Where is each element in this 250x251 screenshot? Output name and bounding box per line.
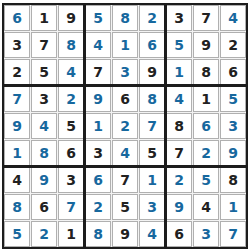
sudoku-cell-r3c1-given[interactable]: 2 [4,59,30,85]
sudoku-cell-r6c2-solved[interactable]: 8 [31,140,57,166]
sudoku-cell-r1c1-solved[interactable]: 6 [4,5,30,31]
sudoku-cell-r8c9-solved[interactable]: 1 [220,194,246,220]
sudoku-cell-r4c8-given[interactable]: 1 [193,86,219,112]
sudoku-cell-r4c2-given[interactable]: 3 [31,86,57,112]
sudoku-cell-r1c5-solved[interactable]: 8 [112,5,138,31]
sudoku-cell-r6c6-given[interactable]: 5 [139,140,165,166]
sudoku-cell-r3c3-solved[interactable]: 4 [58,59,84,85]
sudoku-cell-r4c5-given[interactable]: 6 [112,86,138,112]
sudoku-cell-r6c8-solved[interactable]: 2 [193,140,219,166]
sudoku-cell-r6c3-given[interactable]: 6 [58,140,84,166]
sudoku-cell-r3c6-given[interactable]: 9 [139,59,165,85]
sudoku-cell-r9c7-given[interactable]: 6 [166,221,192,247]
sudoku-cell-r5c5-solved[interactable]: 2 [112,113,138,139]
sudoku-grid: 6195823743784165922547391867329684159451… [4,5,246,247]
sudoku-cell-r1c4-solved[interactable]: 5 [85,5,111,31]
sudoku-cell-r1c9-solved[interactable]: 4 [220,5,246,31]
sudoku-cell-r4c4-solved[interactable]: 9 [85,86,111,112]
sudoku-cell-r4c3-solved[interactable]: 2 [58,86,84,112]
sudoku-cell-r6c5-solved[interactable]: 4 [112,140,138,166]
sudoku-cell-r7c5-given[interactable]: 7 [112,167,138,193]
sudoku-cell-r3c7-solved[interactable]: 1 [166,59,192,85]
sudoku-cell-r9c3-given[interactable]: 1 [58,221,84,247]
sudoku-cell-r3c9-given[interactable]: 6 [220,59,246,85]
sudoku-cell-r9c8-solved[interactable]: 3 [193,221,219,247]
sudoku-app: 6195823743784165922547391867329684159451… [0,0,250,251]
sudoku-cell-r1c3-given[interactable]: 9 [58,5,84,31]
sudoku-cell-r2c8-given[interactable]: 9 [193,32,219,58]
sudoku-cell-r4c1-solved[interactable]: 7 [4,86,30,112]
sudoku-cell-r7c9-given[interactable]: 8 [220,167,246,193]
sudoku-cell-r2c5-solved[interactable]: 1 [112,32,138,58]
sudoku-cell-r2c3-solved[interactable]: 8 [58,32,84,58]
sudoku-cell-r7c7-solved[interactable]: 2 [166,167,192,193]
sudoku-cell-r3c8-given[interactable]: 8 [193,59,219,85]
sudoku-cell-r1c8-given[interactable]: 7 [193,5,219,31]
sudoku-cell-r7c3-given[interactable]: 3 [58,167,84,193]
sudoku-cell-r1c7-given[interactable]: 3 [166,5,192,31]
sudoku-cell-r4c7-solved[interactable]: 4 [166,86,192,112]
sudoku-cell-r9c4-solved[interactable]: 8 [85,221,111,247]
sudoku-cell-r9c2-solved[interactable]: 2 [31,221,57,247]
sudoku-cell-r7c2-solved[interactable]: 9 [31,167,57,193]
sudoku-cell-r8c5-given[interactable]: 5 [112,194,138,220]
sudoku-cell-r6c7-given[interactable]: 7 [166,140,192,166]
sudoku-cell-r2c2-given[interactable]: 7 [31,32,57,58]
sudoku-cell-r7c4-solved[interactable]: 6 [85,167,111,193]
sudoku-cell-r5c9-solved[interactable]: 3 [220,113,246,139]
sudoku-cell-r2c6-solved[interactable]: 6 [139,32,165,58]
sudoku-cell-r7c6-solved[interactable]: 1 [139,167,165,193]
sudoku-cell-r8c7-solved[interactable]: 9 [166,194,192,220]
sudoku-cell-r2c7-solved[interactable]: 5 [166,32,192,58]
sudoku-cell-r7c8-solved[interactable]: 5 [193,167,219,193]
sudoku-cell-r5c8-solved[interactable]: 6 [193,113,219,139]
sudoku-cell-r8c4-solved[interactable]: 2 [85,194,111,220]
sudoku-cell-r6c1-solved[interactable]: 1 [4,140,30,166]
sudoku-cell-r2c4-solved[interactable]: 4 [85,32,111,58]
sudoku-cell-r3c2-given[interactable]: 5 [31,59,57,85]
sudoku-cell-r4c9-solved[interactable]: 5 [220,86,246,112]
sudoku-cell-r6c4-given[interactable]: 3 [85,140,111,166]
sudoku-cell-r5c6-solved[interactable]: 7 [139,113,165,139]
sudoku-cell-r8c1-solved[interactable]: 8 [4,194,30,220]
sudoku-cell-r1c2-given[interactable]: 1 [31,5,57,31]
sudoku-cell-r5c2-solved[interactable]: 4 [31,113,57,139]
sudoku-board: 6195823743784165922547391867329684159451… [2,3,248,249]
sudoku-cell-r6c9-solved[interactable]: 9 [220,140,246,166]
sudoku-cell-r9c1-solved[interactable]: 5 [4,221,30,247]
sudoku-cell-r9c5-given[interactable]: 9 [112,221,138,247]
sudoku-cell-r8c8-given[interactable]: 4 [193,194,219,220]
sudoku-cell-r5c4-solved[interactable]: 1 [85,113,111,139]
sudoku-cell-r3c5-solved[interactable]: 3 [112,59,138,85]
sudoku-cell-r9c6-solved[interactable]: 4 [139,221,165,247]
sudoku-cell-r9c9-solved[interactable]: 7 [220,221,246,247]
sudoku-cell-r5c7-given[interactable]: 8 [166,113,192,139]
sudoku-cell-r2c9-given[interactable]: 2 [220,32,246,58]
sudoku-cell-r5c3-given[interactable]: 5 [58,113,84,139]
sudoku-cell-r8c6-solved[interactable]: 3 [139,194,165,220]
sudoku-cell-r8c2-given[interactable]: 6 [31,194,57,220]
sudoku-cell-r3c4-given[interactable]: 7 [85,59,111,85]
sudoku-cell-r7c1-given[interactable]: 4 [4,167,30,193]
sudoku-cell-r1c6-solved[interactable]: 2 [139,5,165,31]
sudoku-cell-r8c3-solved[interactable]: 7 [58,194,84,220]
sudoku-cell-r4c6-solved[interactable]: 8 [139,86,165,112]
sudoku-cell-r2c1-given[interactable]: 3 [4,32,30,58]
sudoku-cell-r5c1-solved[interactable]: 9 [4,113,30,139]
